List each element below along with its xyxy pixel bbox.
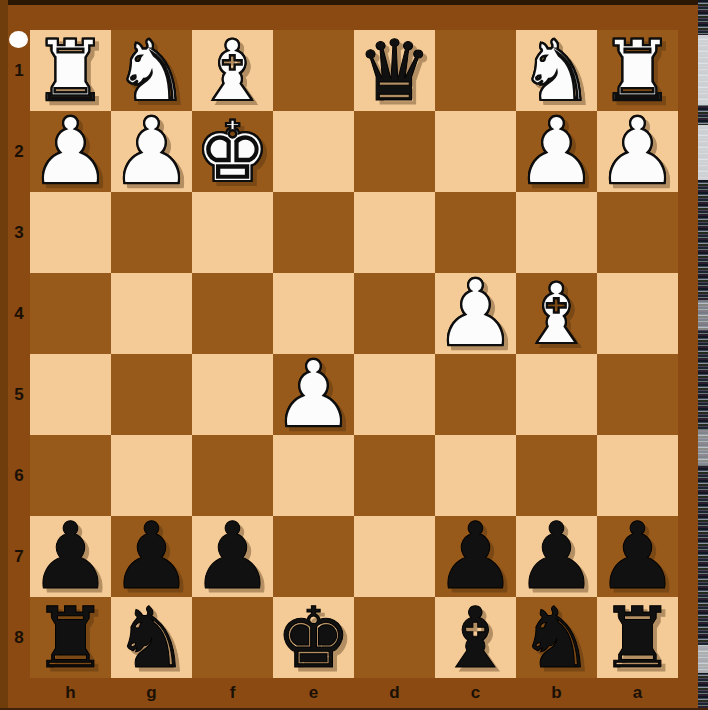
square-b5[interactable] bbox=[516, 354, 597, 435]
black-knight-b8[interactable]: ♞ bbox=[519, 596, 594, 680]
board: ♜♞♝♛♞♜♟♟♚♟♟♟♝♟♟♟♟♟♟♟♜♞♚♝♞♜ bbox=[30, 30, 678, 678]
black-pawn-f7[interactable]: ♟ bbox=[191, 511, 273, 603]
square-a2[interactable]: ♟ bbox=[597, 111, 678, 192]
square-a5[interactable] bbox=[597, 354, 678, 435]
file-label-e: e bbox=[273, 678, 354, 708]
square-a4[interactable] bbox=[597, 273, 678, 354]
file-label-b: b bbox=[516, 678, 597, 708]
file-label-f: f bbox=[192, 678, 273, 708]
square-g2[interactable]: ♟ bbox=[111, 111, 192, 192]
square-c7[interactable]: ♟ bbox=[435, 516, 516, 597]
square-d3[interactable] bbox=[354, 192, 435, 273]
square-f2[interactable]: ♚ bbox=[192, 111, 273, 192]
square-a7[interactable]: ♟ bbox=[597, 516, 678, 597]
noise-ghost bbox=[698, 35, 708, 105]
file-label-a: a bbox=[597, 678, 678, 708]
black-knight-g8[interactable]: ♞ bbox=[114, 596, 189, 680]
square-e8[interactable]: ♚ bbox=[273, 597, 354, 678]
black-rook-a8[interactable]: ♜ bbox=[600, 596, 675, 680]
file-labels: hgfedcba bbox=[30, 678, 678, 708]
square-d2[interactable] bbox=[354, 111, 435, 192]
rank-label-1: 1 bbox=[8, 30, 30, 111]
white-pawn-e5[interactable]: ♟ bbox=[272, 349, 354, 441]
file-label-g: g bbox=[111, 678, 192, 708]
square-c4[interactable]: ♟ bbox=[435, 273, 516, 354]
square-f7[interactable]: ♟ bbox=[192, 516, 273, 597]
square-c2[interactable] bbox=[435, 111, 516, 192]
square-f1[interactable]: ♝ bbox=[192, 30, 273, 111]
black-king-e8[interactable]: ♚ bbox=[276, 596, 351, 680]
noise-ghost bbox=[698, 125, 708, 180]
square-e2[interactable] bbox=[273, 111, 354, 192]
square-h4[interactable] bbox=[30, 273, 111, 354]
file-label-h: h bbox=[30, 678, 111, 708]
black-queen-d1[interactable]: ♛ bbox=[357, 29, 432, 113]
square-a8[interactable]: ♜ bbox=[597, 597, 678, 678]
square-g4[interactable] bbox=[111, 273, 192, 354]
square-f5[interactable] bbox=[192, 354, 273, 435]
black-bishop-c8[interactable]: ♝ bbox=[438, 596, 513, 680]
black-rook-h8[interactable]: ♜ bbox=[33, 596, 108, 680]
noise-ghost bbox=[698, 645, 708, 673]
square-h8[interactable]: ♜ bbox=[30, 597, 111, 678]
noise-ghost bbox=[698, 300, 708, 330]
square-c1[interactable] bbox=[435, 30, 516, 111]
file-label-c: c bbox=[435, 678, 516, 708]
rank-label-5: 5 bbox=[8, 354, 30, 435]
square-e7[interactable] bbox=[273, 516, 354, 597]
square-e5[interactable]: ♟ bbox=[273, 354, 354, 435]
square-b8[interactable]: ♞ bbox=[516, 597, 597, 678]
square-e3[interactable] bbox=[273, 192, 354, 273]
chessboard-app: 12345678 ♜♞♝♛♞♜♟♟♚♟♟♟♝♟♟♟♟♟♟♟♜♞♚♝♞♜ hgfe… bbox=[0, 0, 708, 710]
square-g7[interactable]: ♟ bbox=[111, 516, 192, 597]
rank-label-8: 8 bbox=[8, 597, 30, 678]
rank-label-7: 7 bbox=[8, 516, 30, 597]
white-pawn-c4[interactable]: ♟ bbox=[434, 268, 516, 360]
white-king-f2[interactable]: ♚ bbox=[195, 110, 270, 194]
white-pawn-b2[interactable]: ♟ bbox=[515, 106, 597, 198]
file-label-d: d bbox=[354, 678, 435, 708]
square-d8[interactable] bbox=[354, 597, 435, 678]
white-pawn-h2[interactable]: ♟ bbox=[29, 106, 111, 198]
square-e1[interactable] bbox=[273, 30, 354, 111]
white-bishop-f1[interactable]: ♝ bbox=[195, 29, 270, 113]
square-d7[interactable] bbox=[354, 516, 435, 597]
rank-label-2: 2 bbox=[8, 111, 30, 192]
square-g5[interactable] bbox=[111, 354, 192, 435]
square-g8[interactable]: ♞ bbox=[111, 597, 192, 678]
rank-label-4: 4 bbox=[8, 273, 30, 354]
square-c8[interactable]: ♝ bbox=[435, 597, 516, 678]
rank-labels: 12345678 bbox=[8, 30, 30, 678]
square-f4[interactable] bbox=[192, 273, 273, 354]
square-b2[interactable]: ♟ bbox=[516, 111, 597, 192]
white-pawn-a2[interactable]: ♟ bbox=[596, 106, 678, 198]
square-d4[interactable] bbox=[354, 273, 435, 354]
white-pawn-g2[interactable]: ♟ bbox=[110, 106, 192, 198]
square-b7[interactable]: ♟ bbox=[516, 516, 597, 597]
frame-top-edge bbox=[0, 0, 708, 5]
square-d6[interactable] bbox=[354, 435, 435, 516]
square-d5[interactable] bbox=[354, 354, 435, 435]
square-f3[interactable] bbox=[192, 192, 273, 273]
square-h2[interactable]: ♟ bbox=[30, 111, 111, 192]
video-noise-artifact bbox=[698, 0, 708, 710]
square-b4[interactable]: ♝ bbox=[516, 273, 597, 354]
square-h7[interactable]: ♟ bbox=[30, 516, 111, 597]
square-d1[interactable]: ♛ bbox=[354, 30, 435, 111]
frame-left-edge bbox=[0, 0, 8, 710]
white-bishop-b4[interactable]: ♝ bbox=[519, 272, 594, 356]
rank-label-6: 6 bbox=[8, 435, 30, 516]
noise-ghost bbox=[698, 430, 708, 465]
rank-label-3: 3 bbox=[8, 192, 30, 273]
square-h5[interactable] bbox=[30, 354, 111, 435]
